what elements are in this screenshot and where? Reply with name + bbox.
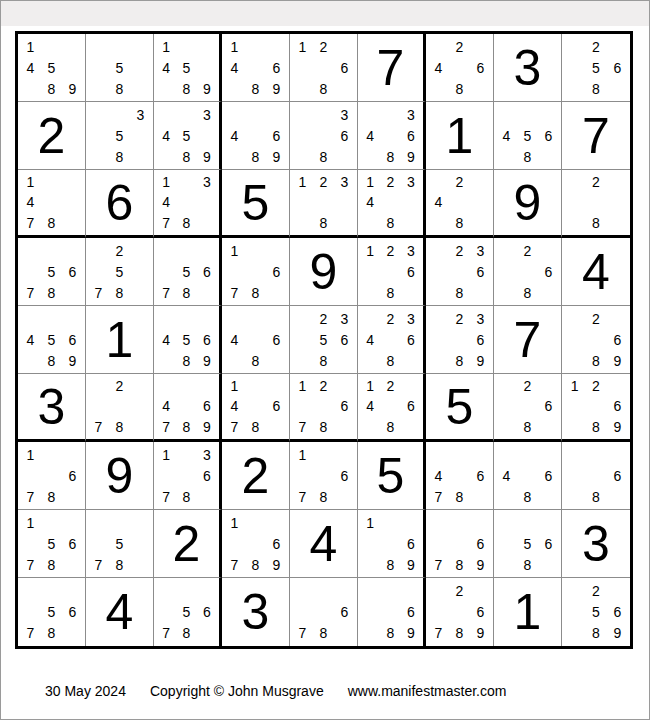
pencil-mark-2 xyxy=(313,444,334,465)
pencil-marks: 13478 xyxy=(156,172,217,233)
cell-r2c1[interactable]: 2 xyxy=(18,102,86,170)
pencil-mark-2: 2 xyxy=(517,376,538,396)
cell-r6c8[interactable]: 268 xyxy=(494,374,562,442)
pencil-mark-7 xyxy=(564,486,585,507)
pencil-mark-2 xyxy=(176,104,196,125)
solved-digit: 4 xyxy=(582,247,610,297)
cell-r3c3[interactable]: 13478 xyxy=(154,170,222,238)
pencil-mark-9 xyxy=(266,350,287,371)
pencil-mark-9 xyxy=(401,213,421,233)
pencil-mark-3 xyxy=(130,240,151,261)
pencil-mark-4: 4 xyxy=(360,396,380,416)
cell-r6c7[interactable]: 5 xyxy=(426,374,494,442)
pencil-mark-9: 9 xyxy=(607,623,628,644)
pencil-mark-9: 9 xyxy=(62,78,83,99)
pencil-mark-7: 7 xyxy=(20,623,41,644)
pencil-mark-2: 2 xyxy=(585,36,606,57)
cell-r4c7[interactable]: 2368 xyxy=(426,238,494,306)
pencil-mark-6: 6 xyxy=(470,261,491,282)
pencil-mark-2 xyxy=(585,444,606,465)
cell-r6c1[interactable]: 3 xyxy=(18,374,86,442)
cell-r1c4[interactable]: 14689 xyxy=(222,34,290,102)
cell-r2c3[interactable]: 34589 xyxy=(154,102,222,170)
pencil-mark-7 xyxy=(564,78,585,99)
pencil-mark-7: 7 xyxy=(88,417,109,437)
pencil-mark-5 xyxy=(380,329,400,350)
pencil-mark-6: 6 xyxy=(266,57,287,78)
cell-r4c5[interactable]: 9 xyxy=(290,238,358,306)
cell-r7c9[interactable]: 68 xyxy=(562,442,630,510)
pencil-mark-1 xyxy=(88,376,109,396)
pencil-mark-6 xyxy=(130,396,151,416)
pencil-mark-7: 7 xyxy=(292,623,313,644)
pencil-mark-6 xyxy=(401,192,421,212)
pencil-mark-8: 8 xyxy=(109,78,130,99)
pencil-mark-8: 8 xyxy=(449,78,470,99)
cell-r1c9[interactable]: 2568 xyxy=(562,34,630,102)
pencil-mark-2: 2 xyxy=(380,240,400,261)
pencil-mark-6: 6 xyxy=(401,125,421,146)
pencil-mark-1: 1 xyxy=(360,512,380,533)
solved-digit: 5 xyxy=(242,178,270,228)
pencil-mark-3: 3 xyxy=(470,240,491,261)
pencil-mark-2 xyxy=(449,512,470,533)
cell-r5c1[interactable]: 45689 xyxy=(18,306,86,374)
pencil-mark-5: 5 xyxy=(41,261,62,282)
pencil-mark-2 xyxy=(109,512,130,533)
pencil-mark-3 xyxy=(62,172,83,192)
pencil-mark-9 xyxy=(266,282,287,303)
pencil-mark-1 xyxy=(496,512,517,533)
cell-r8c3[interactable]: 2 xyxy=(154,510,222,578)
pencil-mark-7: 7 xyxy=(428,623,449,644)
pencil-mark-4: 4 xyxy=(20,192,41,212)
pencil-mark-7 xyxy=(428,350,449,371)
pencil-mark-8: 8 xyxy=(176,417,196,437)
pencil-mark-3 xyxy=(538,104,559,125)
cell-r8c1[interactable]: 15678 xyxy=(18,510,86,578)
pencil-mark-9 xyxy=(62,554,83,575)
pencil-mark-9 xyxy=(130,554,151,575)
pencil-mark-5 xyxy=(176,396,196,416)
cell-r5c6[interactable]: 23468 xyxy=(358,306,426,374)
cell-r9c7[interactable]: 26789 xyxy=(426,578,494,646)
pencil-mark-4 xyxy=(292,601,313,622)
solved-digit: 9 xyxy=(310,247,338,297)
cell-r5c7[interactable]: 23689 xyxy=(426,306,494,374)
pencil-mark-7 xyxy=(564,350,585,371)
pencil-mark-8: 8 xyxy=(449,282,470,303)
solved-digit: 4 xyxy=(310,519,338,569)
pencil-mark-6: 6 xyxy=(334,57,355,78)
solved-digit: 9 xyxy=(106,451,134,501)
pencil-mark-5 xyxy=(449,533,470,554)
cell-r9c4[interactable]: 3 xyxy=(222,578,290,646)
pencil-marks: 28 xyxy=(564,172,628,233)
pencil-marks: 12368 xyxy=(360,240,421,303)
pencil-mark-4 xyxy=(360,601,380,622)
pencil-mark-5: 5 xyxy=(176,329,196,350)
pencil-mark-5 xyxy=(585,329,606,350)
pencil-mark-8: 8 xyxy=(585,78,606,99)
pencil-mark-6: 6 xyxy=(470,329,491,350)
pencil-mark-8: 8 xyxy=(41,623,62,644)
pencil-mark-6: 6 xyxy=(197,329,217,350)
pencil-mark-9 xyxy=(334,146,355,167)
cell-r1c5[interactable]: 1268 xyxy=(290,34,358,102)
pencil-mark-1 xyxy=(156,308,176,329)
pencil-mark-9 xyxy=(62,486,83,507)
solved-digit: 7 xyxy=(514,315,542,365)
pencil-marks: 1678 xyxy=(224,240,287,303)
pencil-mark-2 xyxy=(245,36,266,57)
pencil-mark-9: 9 xyxy=(197,78,217,99)
pencil-mark-4: 4 xyxy=(20,57,41,78)
cell-r9c1[interactable]: 5678 xyxy=(18,578,86,646)
cell-r2c4[interactable]: 4689 xyxy=(222,102,290,170)
cell-r8c7[interactable]: 6789 xyxy=(426,510,494,578)
pencil-mark-2 xyxy=(380,104,400,125)
solved-digit: 6 xyxy=(106,178,134,228)
pencil-mark-7 xyxy=(564,623,585,644)
pencil-mark-8: 8 xyxy=(517,554,538,575)
pencil-mark-3 xyxy=(538,240,559,261)
pencil-mark-4: 4 xyxy=(496,125,517,146)
pencil-mark-3 xyxy=(607,36,628,57)
pencil-mark-9: 9 xyxy=(197,350,217,371)
pencil-mark-6: 6 xyxy=(607,396,628,416)
cell-r8c6[interactable]: 1689 xyxy=(358,510,426,578)
pencil-mark-3 xyxy=(197,580,217,601)
pencil-mark-9 xyxy=(401,417,421,437)
cell-r3c8[interactable]: 9 xyxy=(494,170,562,238)
pencil-mark-8: 8 xyxy=(585,350,606,371)
pencil-mark-1 xyxy=(428,444,449,465)
pencil-mark-5 xyxy=(41,465,62,486)
pencil-marks: 14589 xyxy=(156,36,217,99)
cell-r1c8[interactable]: 3 xyxy=(494,34,562,102)
pencil-mark-9 xyxy=(401,350,421,371)
cell-r7c3[interactable]: 13678 xyxy=(154,442,222,510)
pencil-marks: 34689 xyxy=(360,104,421,167)
cell-r8c4[interactable]: 16789 xyxy=(222,510,290,578)
pencil-mark-2 xyxy=(517,444,538,465)
pencil-marks: 1678 xyxy=(292,444,355,507)
cell-r6c6[interactable]: 12468 xyxy=(358,374,426,442)
pencil-mark-4 xyxy=(156,465,176,486)
pencil-mark-6 xyxy=(197,125,217,146)
pencil-mark-9: 9 xyxy=(607,350,628,371)
pencil-mark-8: 8 xyxy=(176,350,196,371)
pencil-mark-6: 6 xyxy=(197,396,217,416)
cell-r9c8[interactable]: 1 xyxy=(494,578,562,646)
pencil-mark-4 xyxy=(88,396,109,416)
pencil-mark-4: 4 xyxy=(360,329,380,350)
pencil-mark-4 xyxy=(428,601,449,622)
cell-r4c6[interactable]: 12368 xyxy=(358,238,426,306)
pencil-mark-8: 8 xyxy=(109,282,130,303)
cell-r2c8[interactable]: 4568 xyxy=(494,102,562,170)
pencil-mark-8: 8 xyxy=(313,417,334,437)
pencil-mark-4: 4 xyxy=(156,396,176,416)
cell-r6c2[interactable]: 278 xyxy=(86,374,154,442)
cell-r1c7[interactable]: 2468 xyxy=(426,34,494,102)
pencil-mark-4 xyxy=(88,125,109,146)
cell-r5c8[interactable]: 7 xyxy=(494,306,562,374)
cell-r8c2[interactable]: 578 xyxy=(86,510,154,578)
cell-r7c2[interactable]: 9 xyxy=(86,442,154,510)
pencil-mark-2: 2 xyxy=(109,240,130,261)
pencil-mark-3 xyxy=(607,376,628,396)
cell-r6c5[interactable]: 12678 xyxy=(290,374,358,442)
pencil-mark-4 xyxy=(292,192,313,212)
pencil-mark-7 xyxy=(292,350,313,371)
cell-r5c3[interactable]: 45689 xyxy=(154,306,222,374)
pencil-mark-4: 4 xyxy=(224,125,245,146)
pencil-mark-1 xyxy=(428,308,449,329)
cell-r2c9[interactable]: 7 xyxy=(562,102,630,170)
pencil-mark-4 xyxy=(564,465,585,486)
pencil-mark-1 xyxy=(156,240,176,261)
pencil-mark-2: 2 xyxy=(449,580,470,601)
pencil-mark-7 xyxy=(156,146,176,167)
top-band xyxy=(1,1,649,26)
pencil-mark-7 xyxy=(224,350,245,371)
pencil-mark-9 xyxy=(470,213,491,233)
pencil-mark-9: 9 xyxy=(62,350,83,371)
pencil-mark-7: 7 xyxy=(428,554,449,575)
pencil-mark-3: 3 xyxy=(401,104,421,125)
pencil-mark-4 xyxy=(156,601,176,622)
pencil-marks: 1268 xyxy=(292,36,355,99)
pencil-mark-2: 2 xyxy=(585,308,606,329)
pencil-marks: 34589 xyxy=(156,104,217,167)
cell-r9c9[interactable]: 25689 xyxy=(562,578,630,646)
pencil-mark-6: 6 xyxy=(334,465,355,486)
cell-r7c1[interactable]: 1678 xyxy=(18,442,86,510)
pencil-mark-9: 9 xyxy=(401,623,421,644)
cell-r4c2[interactable]: 2578 xyxy=(86,238,154,306)
pencil-mark-6: 6 xyxy=(470,57,491,78)
pencil-mark-3 xyxy=(334,36,355,57)
cell-r3c2[interactable]: 6 xyxy=(86,170,154,238)
pencil-mark-8: 8 xyxy=(313,350,334,371)
cell-r9c5[interactable]: 678 xyxy=(290,578,358,646)
cell-r6c9[interactable]: 12689 xyxy=(562,374,630,442)
pencil-mark-8: 8 xyxy=(449,213,470,233)
footer-date: 30 May 2024 xyxy=(45,683,126,699)
pencil-mark-8: 8 xyxy=(245,350,266,371)
pencil-mark-1 xyxy=(564,308,585,329)
pencil-mark-8: 8 xyxy=(517,417,538,437)
cell-r3c9[interactable]: 28 xyxy=(562,170,630,238)
pencil-mark-9: 9 xyxy=(401,146,421,167)
cell-r8c9[interactable]: 3 xyxy=(562,510,630,578)
pencil-mark-3 xyxy=(130,36,151,57)
cell-r5c5[interactable]: 23568 xyxy=(290,306,358,374)
pencil-mark-7 xyxy=(360,282,380,303)
pencil-mark-5 xyxy=(245,57,266,78)
pencil-mark-5: 5 xyxy=(41,329,62,350)
pencil-mark-6: 6 xyxy=(607,465,628,486)
pencil-mark-5 xyxy=(176,192,196,212)
pencil-mark-1 xyxy=(224,308,245,329)
pencil-mark-1: 1 xyxy=(360,172,380,192)
cell-r3c7[interactable]: 248 xyxy=(426,170,494,238)
pencil-mark-5: 5 xyxy=(176,601,196,622)
pencil-mark-3: 3 xyxy=(401,308,421,329)
pencil-mark-1 xyxy=(88,36,109,57)
pencil-mark-1 xyxy=(88,240,109,261)
pencil-mark-6: 6 xyxy=(401,329,421,350)
cell-r6c4[interactable]: 14678 xyxy=(222,374,290,442)
cell-r5c9[interactable]: 2689 xyxy=(562,306,630,374)
pencil-mark-6 xyxy=(62,57,83,78)
pencil-mark-4 xyxy=(496,396,517,416)
pencil-mark-5 xyxy=(517,396,538,416)
cell-r1c3[interactable]: 14589 xyxy=(154,34,222,102)
pencil-mark-6: 6 xyxy=(470,465,491,486)
pencil-mark-4 xyxy=(20,465,41,486)
pencil-mark-9 xyxy=(197,213,217,233)
pencil-mark-3: 3 xyxy=(197,172,217,192)
pencil-mark-7 xyxy=(88,146,109,167)
pencil-mark-2: 2 xyxy=(585,172,606,192)
pencil-mark-1 xyxy=(224,104,245,125)
pencil-mark-5 xyxy=(245,396,266,416)
pencil-mark-2 xyxy=(176,308,196,329)
pencil-mark-3 xyxy=(607,444,628,465)
solved-digit: 3 xyxy=(582,519,610,569)
pencil-mark-1 xyxy=(20,580,41,601)
pencil-mark-8: 8 xyxy=(449,554,470,575)
pencil-marks: 23468 xyxy=(360,308,421,371)
pencil-mark-4: 4 xyxy=(156,125,176,146)
cell-r1c2[interactable]: 58 xyxy=(86,34,154,102)
pencil-mark-7 xyxy=(20,350,41,371)
cell-r3c5[interactable]: 1238 xyxy=(290,170,358,238)
pencil-mark-3: 3 xyxy=(470,308,491,329)
pencil-mark-4 xyxy=(428,261,449,282)
pencil-mark-3 xyxy=(266,240,287,261)
pencil-mark-1 xyxy=(156,376,176,396)
pencil-mark-4 xyxy=(20,261,41,282)
cell-r9c3[interactable]: 5678 xyxy=(154,578,222,646)
pencil-mark-1: 1 xyxy=(20,512,41,533)
pencil-mark-1 xyxy=(496,104,517,125)
pencil-mark-9: 9 xyxy=(266,78,287,99)
pencil-mark-4 xyxy=(20,533,41,554)
cell-r4c3[interactable]: 5678 xyxy=(154,238,222,306)
solved-digit: 5 xyxy=(377,451,405,501)
pencil-mark-8: 8 xyxy=(380,417,400,437)
cell-r2c5[interactable]: 368 xyxy=(290,102,358,170)
cell-r1c1[interactable]: 14589 xyxy=(18,34,86,102)
pencil-mark-5: 5 xyxy=(176,57,196,78)
pencil-mark-2 xyxy=(41,240,62,261)
pencil-mark-4: 4 xyxy=(428,192,449,212)
pencil-mark-2 xyxy=(41,172,62,192)
solved-digit: 1 xyxy=(514,587,542,637)
cell-r7c7[interactable]: 4678 xyxy=(426,442,494,510)
pencil-mark-7: 7 xyxy=(20,486,41,507)
pencil-mark-1 xyxy=(428,36,449,57)
pencil-mark-8: 8 xyxy=(41,554,62,575)
pencil-mark-6 xyxy=(197,57,217,78)
cell-r4c1[interactable]: 5678 xyxy=(18,238,86,306)
cell-r1c6[interactable]: 7 xyxy=(358,34,426,102)
pencil-mark-9 xyxy=(266,417,287,437)
pencil-mark-3 xyxy=(470,444,491,465)
cell-r2c7[interactable]: 1 xyxy=(426,102,494,170)
pencil-mark-5 xyxy=(313,396,334,416)
pencil-mark-4 xyxy=(428,329,449,350)
cell-r6c3[interactable]: 46789 xyxy=(154,374,222,442)
pencil-mark-4 xyxy=(224,533,245,554)
cell-r3c1[interactable]: 1478 xyxy=(18,170,86,238)
sudoku-page: 1458958145891468912687246832568235834589… xyxy=(0,0,650,720)
cell-r3c6[interactable]: 12348 xyxy=(358,170,426,238)
pencil-mark-5: 5 xyxy=(313,329,334,350)
cell-r7c6[interactable]: 5 xyxy=(358,442,426,510)
footer: 30 May 2024 Copyright © John Musgrave ww… xyxy=(45,683,506,699)
pencil-mark-1 xyxy=(496,240,517,261)
pencil-mark-3 xyxy=(538,444,559,465)
pencil-mark-9 xyxy=(470,78,491,99)
pencil-mark-6: 6 xyxy=(334,396,355,416)
pencil-mark-9 xyxy=(607,486,628,507)
pencil-mark-1 xyxy=(20,308,41,329)
cell-r8c8[interactable]: 568 xyxy=(494,510,562,578)
pencil-mark-2 xyxy=(449,444,470,465)
pencil-mark-4: 4 xyxy=(20,329,41,350)
pencil-mark-3: 3 xyxy=(401,172,421,192)
pencil-mark-8: 8 xyxy=(313,486,334,507)
cell-r2c6[interactable]: 34689 xyxy=(358,102,426,170)
pencil-mark-1 xyxy=(496,444,517,465)
pencil-mark-2: 2 xyxy=(313,36,334,57)
cell-r5c4[interactable]: 468 xyxy=(222,306,290,374)
cell-r7c8[interactable]: 468 xyxy=(494,442,562,510)
cell-r4c4[interactable]: 1678 xyxy=(222,238,290,306)
pencil-marks: 4678 xyxy=(428,444,491,507)
cell-r9c6[interactable]: 689 xyxy=(358,578,426,646)
pencil-marks: 6789 xyxy=(428,512,491,575)
cell-r8c5[interactable]: 4 xyxy=(290,510,358,578)
pencil-mark-3: 3 xyxy=(334,308,355,329)
cell-r9c2[interactable]: 4 xyxy=(86,578,154,646)
cell-r5c2[interactable]: 1 xyxy=(86,306,154,374)
cell-r2c2[interactable]: 358 xyxy=(86,102,154,170)
footer-website-link[interactable]: www.manifestmaster.com xyxy=(348,683,507,699)
cell-r7c4[interactable]: 2 xyxy=(222,442,290,510)
pencil-mark-4 xyxy=(564,192,585,212)
pencil-mark-2: 2 xyxy=(449,172,470,192)
pencil-mark-7: 7 xyxy=(292,486,313,507)
cell-r7c5[interactable]: 1678 xyxy=(290,442,358,510)
pencil-mark-6: 6 xyxy=(538,533,559,554)
cell-r4c9[interactable]: 4 xyxy=(562,238,630,306)
cell-r4c8[interactable]: 268 xyxy=(494,238,562,306)
pencil-mark-8: 8 xyxy=(449,623,470,644)
pencil-mark-3 xyxy=(130,512,151,533)
cell-r3c4[interactable]: 5 xyxy=(222,170,290,238)
pencil-mark-5: 5 xyxy=(109,125,130,146)
pencil-mark-6: 6 xyxy=(197,261,217,282)
pencil-mark-3: 3 xyxy=(197,444,217,465)
pencil-mark-8: 8 xyxy=(517,282,538,303)
pencil-mark-1: 1 xyxy=(20,36,41,57)
